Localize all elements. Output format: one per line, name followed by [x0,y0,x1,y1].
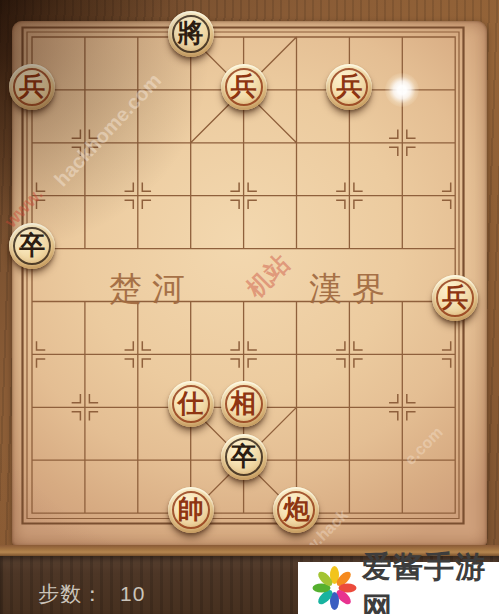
sparkle-highlight [385,73,419,107]
pinwheel-flower-icon [311,565,357,611]
pieces-layer: 將兵兵兵卒兵仕相卒帥炮 [6,11,482,540]
piece-red-soldier[interactable]: 兵 [221,64,267,110]
piece-character: 卒 [19,232,45,258]
site-logo-text: 爱酱手游网 [362,547,499,614]
piece-character: 兵 [231,73,257,99]
piece-character: 相 [231,390,257,416]
move-counter-value: 10 [120,582,145,605]
piece-character: 炮 [283,496,309,522]
piece-character: 仕 [178,390,204,416]
piece-red-elephant[interactable]: 相 [221,381,267,427]
move-counter: 步数：10 [38,580,145,608]
piece-black-soldier[interactable]: 卒 [221,434,267,480]
piece-red-general[interactable]: 帥 [168,487,214,533]
piece-character: 兵 [442,284,468,310]
piece-character: 帥 [178,496,204,522]
site-logo: 爱酱手游网 [298,562,499,614]
piece-black-soldier[interactable]: 卒 [9,223,55,269]
piece-character: 將 [178,20,204,46]
piece-red-cannon[interactable]: 炮 [273,487,319,533]
piece-red-soldier[interactable]: 兵 [432,275,478,321]
piece-character: 卒 [231,443,257,469]
piece-black-general[interactable]: 將 [168,11,214,57]
move-counter-label: 步数： [38,582,104,605]
xiangqi-app-screen: 楚河 漢界 將兵兵兵卒兵仕相卒帥炮 hackhome.comwww.机站www.… [0,0,499,614]
piece-red-advisor[interactable]: 仕 [168,381,214,427]
piece-character: 兵 [19,73,45,99]
piece-character: 兵 [336,73,362,99]
piece-red-soldier[interactable]: 兵 [326,64,372,110]
piece-red-soldier[interactable]: 兵 [9,64,55,110]
